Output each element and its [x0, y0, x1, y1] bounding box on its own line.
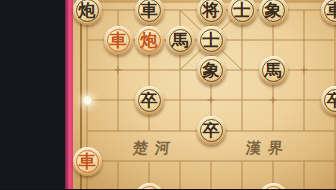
- piece-black-soldier[interactable]: 卒: [321, 86, 336, 115]
- piece-red-cannon[interactable]: 炮: [135, 26, 164, 55]
- piece-glyph: 卒: [327, 91, 336, 108]
- piece-glyph: 車: [327, 1, 336, 18]
- last-move-indicator-dot: [83, 96, 92, 105]
- piece-glyph: 兵: [141, 188, 158, 189]
- piece-black-elephant[interactable]: 象: [259, 0, 288, 25]
- piece-black-advisor[interactable]: 士: [197, 26, 226, 55]
- piece-black-soldier[interactable]: 卒: [197, 116, 226, 145]
- piece-black-chariot[interactable]: 車: [321, 0, 336, 25]
- piece-glyph: 車: [110, 31, 127, 48]
- piece-glyph: 象: [203, 61, 220, 78]
- piece-glyph: 卒: [203, 122, 220, 139]
- game-screen: 楚河 漢界 炮車将士象車車炮馬士象馬卒卒卒車兵兵: [0, 0, 336, 189]
- piece-glyph: 車: [141, 1, 158, 18]
- piece-black-elephant[interactable]: 象: [197, 56, 226, 85]
- piece-glyph: 車: [79, 152, 96, 169]
- piece-glyph: 象: [265, 1, 282, 18]
- piece-black-horse[interactable]: 馬: [166, 26, 195, 55]
- piece-glyph: 士: [203, 31, 220, 48]
- piece-glyph: 将: [203, 1, 220, 18]
- piece-black-advisor[interactable]: 士: [228, 0, 257, 25]
- piece-red-soldier[interactable]: 兵: [259, 183, 288, 190]
- piece-layer: 炮車将士象車車炮馬士象馬卒卒卒車兵兵: [72, 0, 336, 189]
- piece-black-general[interactable]: 将: [197, 0, 226, 25]
- piece-black-chariot[interactable]: 車: [135, 0, 164, 25]
- piece-red-chariot[interactable]: 車: [104, 26, 133, 55]
- piece-red-soldier[interactable]: 兵: [135, 183, 164, 190]
- piece-glyph: 炮: [79, 1, 96, 18]
- piece-glyph: 炮: [141, 31, 158, 48]
- piece-black-soldier[interactable]: 卒: [135, 86, 164, 115]
- piece-glyph: 馬: [172, 31, 189, 48]
- piece-glyph: 馬: [265, 61, 282, 78]
- piece-black-horse[interactable]: 馬: [259, 56, 288, 85]
- piece-glyph: 士: [234, 1, 251, 18]
- piece-glyph: 卒: [141, 91, 158, 108]
- piece-glyph: 兵: [265, 188, 282, 189]
- piece-red-chariot[interactable]: 車: [73, 147, 102, 176]
- piece-black-cannon[interactable]: 炮: [73, 0, 102, 25]
